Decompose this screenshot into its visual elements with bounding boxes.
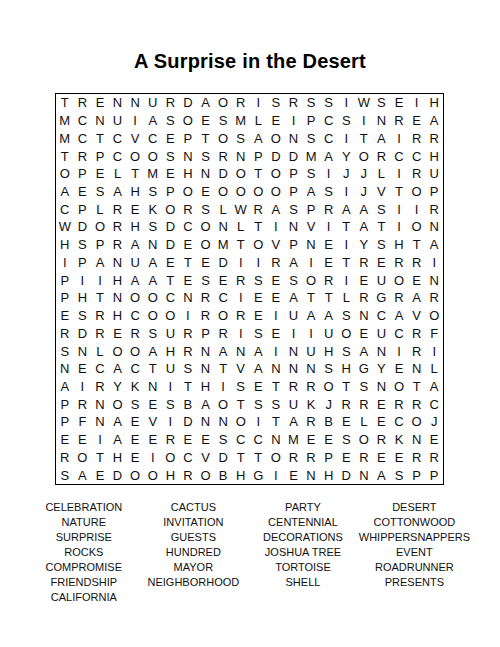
grid-cell[interactable]: P [74, 165, 92, 183]
grid-cell[interactable]: N [109, 289, 127, 307]
grid-cell[interactable]: U [162, 324, 180, 342]
grid-cell[interactable]: L [250, 112, 268, 130]
grid-cell[interactable]: N [144, 236, 162, 254]
grid-cell[interactable]: R [250, 200, 268, 218]
grid-cell[interactable]: H [337, 360, 355, 378]
grid-cell[interactable]: A [285, 254, 303, 272]
grid-cell[interactable]: E [179, 271, 197, 289]
grid-cell[interactable]: K [144, 200, 162, 218]
grid-cell[interactable]: P [56, 289, 74, 307]
word-list-item[interactable]: CALIFORNIA [30, 590, 138, 605]
grid-cell[interactable]: O [162, 449, 180, 467]
grid-cell[interactable]: M [56, 112, 74, 130]
grid-cell[interactable]: O [408, 183, 426, 201]
grid-cell[interactable]: R [390, 254, 408, 272]
grid-cell[interactable]: I [337, 94, 355, 112]
grid-cell[interactable]: H [126, 218, 144, 236]
grid-cell[interactable]: U [285, 307, 303, 325]
grid-cell[interactable]: O [197, 466, 215, 484]
grid-cell[interactable]: O [250, 236, 268, 254]
grid-cell[interactable]: C [109, 129, 127, 147]
grid-cell[interactable]: A [197, 94, 215, 112]
grid-cell[interactable]: T [408, 236, 426, 254]
grid-cell[interactable]: P [74, 200, 92, 218]
grid-cell[interactable]: R [355, 289, 373, 307]
grid-cell[interactable]: E [56, 431, 74, 449]
grid-cell[interactable]: I [214, 378, 232, 396]
grid-cell[interactable]: I [337, 236, 355, 254]
grid-cell[interactable]: R [425, 449, 443, 467]
grid-cell[interactable]: A [197, 395, 215, 413]
grid-cell[interactable]: S [197, 200, 215, 218]
grid-cell[interactable]: R [285, 94, 303, 112]
grid-cell[interactable]: L [425, 360, 443, 378]
grid-cell[interactable]: I [232, 324, 250, 342]
grid-cell[interactable]: I [179, 307, 197, 325]
grid-cell[interactable]: E [126, 449, 144, 467]
grid-cell[interactable]: O [126, 342, 144, 360]
grid-cell[interactable]: P [197, 324, 215, 342]
grid-cell[interactable]: R [74, 94, 92, 112]
grid-cell[interactable]: S [337, 307, 355, 325]
grid-cell[interactable]: I [126, 112, 144, 130]
grid-cell[interactable]: E [267, 289, 285, 307]
grid-cell[interactable]: V [197, 449, 215, 467]
grid-cell[interactable]: N [408, 431, 426, 449]
grid-cell[interactable]: I [408, 94, 426, 112]
grid-cell[interactable]: R [302, 413, 320, 431]
grid-cell[interactable]: O [267, 183, 285, 201]
grid-cell[interactable]: N [197, 342, 215, 360]
grid-cell[interactable]: V [302, 218, 320, 236]
grid-cell[interactable]: O [232, 183, 250, 201]
grid-cell[interactable]: A [337, 200, 355, 218]
grid-cell[interactable]: C [126, 360, 144, 378]
grid-cell[interactable]: P [56, 395, 74, 413]
grid-cell[interactable]: E [126, 413, 144, 431]
word-list-item[interactable]: CENTENNIAL [249, 515, 357, 530]
grid-cell[interactable]: S [91, 183, 109, 201]
grid-cell[interactable]: L [337, 289, 355, 307]
grid-cell[interactable]: K [390, 431, 408, 449]
grid-cell[interactable]: R [373, 431, 391, 449]
grid-cell[interactable]: D [179, 94, 197, 112]
word-list-item[interactable]: CACTUS [140, 500, 248, 515]
grid-cell[interactable]: H [109, 449, 127, 467]
grid-cell[interactable]: Y [337, 147, 355, 165]
grid-cell[interactable]: R [56, 449, 74, 467]
grid-cell[interactable]: R [162, 94, 180, 112]
grid-cell[interactable]: I [302, 324, 320, 342]
grid-cell[interactable]: P [302, 200, 320, 218]
grid-cell[interactable]: S [126, 395, 144, 413]
grid-cell[interactable]: I [232, 289, 250, 307]
grid-cell[interactable]: I [337, 183, 355, 201]
grid-cell[interactable]: N [285, 360, 303, 378]
grid-cell[interactable]: R [126, 324, 144, 342]
grid-cell[interactable]: O [267, 129, 285, 147]
grid-cell[interactable]: S [267, 94, 285, 112]
grid-cell[interactable]: I [232, 254, 250, 272]
grid-cell[interactable]: E [267, 324, 285, 342]
grid-cell[interactable]: O [355, 431, 373, 449]
word-list-item[interactable]: COMPROMISE [30, 560, 138, 575]
grid-cell[interactable]: P [408, 466, 426, 484]
word-list-item[interactable]: JOSHUA TREE [249, 545, 357, 560]
grid-cell[interactable]: N [408, 360, 426, 378]
word-list-item[interactable]: DECORATIONS [249, 530, 357, 545]
grid-cell[interactable]: A [144, 342, 162, 360]
grid-cell[interactable]: I [320, 165, 338, 183]
grid-cell[interactable]: C [56, 200, 74, 218]
grid-cell[interactable]: C [144, 129, 162, 147]
grid-cell[interactable]: S [74, 307, 92, 325]
grid-cell[interactable]: R [425, 129, 443, 147]
grid-cell[interactable]: O [144, 289, 162, 307]
grid-cell[interactable]: E [250, 307, 268, 325]
grid-cell[interactable]: A [355, 218, 373, 236]
grid-cell[interactable]: P [425, 466, 443, 484]
grid-cell[interactable]: J [337, 165, 355, 183]
grid-cell[interactable]: U [302, 342, 320, 360]
grid-cell[interactable]: R [232, 271, 250, 289]
grid-cell[interactable]: R [408, 449, 426, 467]
grid-cell[interactable]: E [302, 431, 320, 449]
grid-cell[interactable]: R [337, 395, 355, 413]
grid-cell[interactable]: P [91, 147, 109, 165]
grid-cell[interactable]: A [126, 271, 144, 289]
grid-cell[interactable]: R [74, 395, 92, 413]
grid-cell[interactable]: S [320, 94, 338, 112]
grid-cell[interactable]: N [285, 218, 303, 236]
grid-cell[interactable]: D [285, 147, 303, 165]
grid-cell[interactable]: U [373, 324, 391, 342]
grid-cell[interactable]: U [144, 94, 162, 112]
grid-cell[interactable]: P [302, 112, 320, 130]
grid-cell[interactable]: I [91, 431, 109, 449]
grid-cell[interactable]: P [179, 129, 197, 147]
grid-cell[interactable]: C [126, 307, 144, 325]
grid-cell[interactable]: H [197, 378, 215, 396]
grid-cell[interactable]: S [302, 129, 320, 147]
grid-cell[interactable]: E [373, 449, 391, 467]
grid-cell[interactable]: P [250, 147, 268, 165]
grid-cell[interactable]: S [162, 112, 180, 130]
grid-cell[interactable]: T [390, 183, 408, 201]
grid-cell[interactable]: N [355, 307, 373, 325]
grid-cell[interactable]: S [267, 395, 285, 413]
grid-cell[interactable]: T [126, 165, 144, 183]
grid-cell[interactable]: O [214, 395, 232, 413]
grid-cell[interactable]: S [373, 94, 391, 112]
grid-cell[interactable]: E [373, 254, 391, 272]
grid-cell[interactable]: N [285, 129, 303, 147]
grid-cell[interactable]: E [425, 431, 443, 449]
grid-cell[interactable]: R [408, 395, 426, 413]
grid-cell[interactable]: R [320, 200, 338, 218]
grid-cell[interactable]: P [162, 183, 180, 201]
grid-cell[interactable]: E [373, 413, 391, 431]
grid-cell[interactable]: O [214, 129, 232, 147]
grid-cell[interactable]: O [232, 165, 250, 183]
grid-cell[interactable]: G [373, 289, 391, 307]
grid-cell[interactable]: S [162, 395, 180, 413]
grid-cell[interactable]: F [74, 413, 92, 431]
grid-cell[interactable]: L [232, 218, 250, 236]
grid-cell[interactable]: O [197, 236, 215, 254]
grid-cell[interactable]: S [355, 378, 373, 396]
grid-cell[interactable]: A [109, 183, 127, 201]
grid-cell[interactable]: L [373, 165, 391, 183]
grid-cell[interactable]: O [109, 342, 127, 360]
grid-cell[interactable]: N [373, 378, 391, 396]
grid-cell[interactable]: I [267, 342, 285, 360]
grid-cell[interactable]: E [91, 94, 109, 112]
grid-cell[interactable]: O [126, 147, 144, 165]
word-list-item[interactable]: NATURE [30, 515, 138, 530]
grid-cell[interactable]: C [214, 289, 232, 307]
grid-cell[interactable]: C [74, 112, 92, 130]
grid-cell[interactable]: H [109, 307, 127, 325]
grid-cell[interactable]: B [320, 413, 338, 431]
grid-cell[interactable]: I [390, 200, 408, 218]
grid-cell[interactable]: D [162, 218, 180, 236]
grid-cell[interactable]: T [91, 449, 109, 467]
word-list-item[interactable]: INVITATION [140, 515, 248, 530]
grid-cell[interactable]: O [109, 395, 127, 413]
grid-cell[interactable]: N [267, 360, 285, 378]
grid-cell[interactable]: N [232, 342, 250, 360]
grid-cell[interactable]: W [56, 218, 74, 236]
grid-cell[interactable]: E [390, 94, 408, 112]
grid-cell[interactable]: S [232, 378, 250, 396]
grid-cell[interactable]: C [91, 360, 109, 378]
grid-cell[interactable]: L [91, 200, 109, 218]
grid-cell[interactable]: N [302, 360, 320, 378]
grid-cell[interactable]: C [109, 147, 127, 165]
grid-cell[interactable]: H [425, 94, 443, 112]
grid-cell[interactable]: O [179, 183, 197, 201]
grid-cell[interactable]: T [232, 449, 250, 467]
grid-cell[interactable]: U [425, 165, 443, 183]
grid-cell[interactable]: E [267, 271, 285, 289]
grid-cell[interactable]: A [144, 271, 162, 289]
grid-cell[interactable]: N [232, 147, 250, 165]
grid-cell[interactable]: P [285, 183, 303, 201]
grid-cell[interactable]: N [373, 112, 391, 130]
grid-cell[interactable]: I [302, 254, 320, 272]
grid-cell[interactable]: S [320, 183, 338, 201]
grid-cell[interactable]: L [355, 413, 373, 431]
grid-cell[interactable]: T [214, 360, 232, 378]
grid-cell[interactable]: E [91, 165, 109, 183]
grid-cell[interactable]: S [373, 200, 391, 218]
grid-cell[interactable]: N [425, 271, 443, 289]
grid-cell[interactable]: H [162, 466, 180, 484]
grid-cell[interactable]: T [144, 360, 162, 378]
grid-cell[interactable]: O [144, 147, 162, 165]
grid-cell[interactable]: J [320, 395, 338, 413]
grid-cell[interactable]: E [355, 271, 373, 289]
grid-cell[interactable]: R [232, 94, 250, 112]
grid-cell[interactable]: U [162, 360, 180, 378]
grid-cell[interactable]: J [425, 413, 443, 431]
grid-cell[interactable]: I [355, 112, 373, 130]
word-list-item[interactable]: CELEBRATION [30, 500, 138, 515]
grid-cell[interactable]: I [162, 413, 180, 431]
grid-cell[interactable]: N [214, 218, 232, 236]
grid-cell[interactable]: I [267, 218, 285, 236]
grid-cell[interactable]: S [74, 236, 92, 254]
grid-cell[interactable]: R [91, 307, 109, 325]
grid-cell[interactable]: S [250, 271, 268, 289]
grid-cell[interactable]: I [337, 271, 355, 289]
grid-cell[interactable]: T [179, 378, 197, 396]
grid-cell[interactable]: E [408, 271, 426, 289]
grid-cell[interactable]: R [56, 324, 74, 342]
grid-cell[interactable]: N [267, 431, 285, 449]
grid-cell[interactable]: N [302, 466, 320, 484]
grid-cell[interactable]: O [74, 449, 92, 467]
grid-cell[interactable]: A [425, 236, 443, 254]
grid-cell[interactable]: I [144, 449, 162, 467]
grid-cell[interactable]: T [162, 271, 180, 289]
grid-cell[interactable]: C [74, 129, 92, 147]
grid-cell[interactable]: A [74, 466, 92, 484]
grid-cell[interactable]: O [232, 413, 250, 431]
grid-cell[interactable]: H [56, 236, 74, 254]
grid-cell[interactable]: A [109, 413, 127, 431]
grid-cell[interactable]: R [408, 165, 426, 183]
grid-cell[interactable]: D [214, 449, 232, 467]
grid-cell[interactable]: O [390, 271, 408, 289]
grid-cell[interactable]: N [109, 254, 127, 272]
grid-cell[interactable]: E [390, 360, 408, 378]
grid-cell[interactable]: N [179, 289, 197, 307]
grid-cell[interactable]: T [250, 449, 268, 467]
grid-cell[interactable]: A [390, 307, 408, 325]
grid-cell[interactable]: I [390, 342, 408, 360]
grid-cell[interactable]: C [390, 324, 408, 342]
grid-cell[interactable]: S [144, 218, 162, 236]
grid-cell[interactable]: R [179, 466, 197, 484]
grid-cell[interactable]: H [74, 289, 92, 307]
grid-cell[interactable]: A [425, 378, 443, 396]
grid-cell[interactable]: N [302, 236, 320, 254]
grid-cell[interactable]: E [91, 466, 109, 484]
grid-cell[interactable]: I [390, 165, 408, 183]
grid-cell[interactable]: A [144, 112, 162, 130]
grid-cell[interactable]: T [373, 218, 391, 236]
grid-cell[interactable]: N [91, 112, 109, 130]
word-list-item[interactable]: ROCKS [30, 545, 138, 560]
grid-cell[interactable]: A [56, 378, 74, 396]
grid-cell[interactable]: D [74, 218, 92, 236]
grid-cell[interactable]: R [285, 378, 303, 396]
grid-cell[interactable]: H [232, 466, 250, 484]
grid-cell[interactable]: N [144, 378, 162, 396]
grid-cell[interactable]: M [232, 112, 250, 130]
grid-cell[interactable]: R [214, 324, 232, 342]
grid-cell[interactable]: O [162, 307, 180, 325]
grid-cell[interactable]: H [320, 342, 338, 360]
grid-cell[interactable]: R [390, 289, 408, 307]
grid-cell[interactable]: V [267, 236, 285, 254]
grid-cell[interactable]: R [109, 218, 127, 236]
grid-cell[interactable]: K [126, 378, 144, 396]
grid-cell[interactable]: E [355, 324, 373, 342]
grid-cell[interactable]: R [373, 147, 391, 165]
grid-cell[interactable]: E [250, 289, 268, 307]
grid-cell[interactable]: C [373, 307, 391, 325]
word-list-item[interactable]: SURPRISE [30, 530, 138, 545]
grid-cell[interactable]: R [425, 200, 443, 218]
grid-cell[interactable]: N [355, 466, 373, 484]
grid-cell[interactable]: E [74, 431, 92, 449]
grid-cell[interactable]: E [109, 324, 127, 342]
grid-cell[interactable]: N [214, 413, 232, 431]
grid-cell[interactable]: R [355, 395, 373, 413]
grid-cell[interactable]: C [179, 449, 197, 467]
grid-cell[interactable]: S [285, 271, 303, 289]
grid-cell[interactable]: E [285, 466, 303, 484]
grid-cell[interactable]: U [373, 271, 391, 289]
grid-cell[interactable]: E [373, 395, 391, 413]
grid-cell[interactable]: A [91, 254, 109, 272]
grid-cell[interactable]: E [320, 431, 338, 449]
grid-cell[interactable]: I [91, 271, 109, 289]
grid-cell[interactable]: S [250, 395, 268, 413]
grid-cell[interactable]: I [250, 254, 268, 272]
grid-cell[interactable]: H [320, 466, 338, 484]
grid-cell[interactable]: J [355, 183, 373, 201]
grid-cell[interactable]: O [425, 307, 443, 325]
grid-cell[interactable]: A [355, 342, 373, 360]
grid-cell[interactable]: S [214, 112, 232, 130]
grid-cell[interactable]: I [285, 324, 303, 342]
grid-cell[interactable]: O [408, 218, 426, 236]
grid-cell[interactable]: R [91, 378, 109, 396]
grid-cell[interactable]: C [408, 147, 426, 165]
grid-cell[interactable]: R [408, 254, 426, 272]
grid-cell[interactable]: S [320, 360, 338, 378]
grid-cell[interactable]: D [214, 254, 232, 272]
grid-cell[interactable]: G [355, 360, 373, 378]
grid-cell[interactable]: C [162, 289, 180, 307]
grid-cell[interactable]: R [390, 395, 408, 413]
grid-cell[interactable]: T [302, 289, 320, 307]
grid-cell[interactable]: I [390, 218, 408, 236]
grid-cell[interactable]: U [285, 395, 303, 413]
grid-cell[interactable]: R [197, 289, 215, 307]
grid-cell[interactable]: S [337, 112, 355, 130]
word-list-item[interactable]: SHELL [249, 575, 357, 590]
grid-cell[interactable]: D [179, 413, 197, 431]
grid-cell[interactable]: O [144, 307, 162, 325]
grid-cell[interactable]: N [285, 342, 303, 360]
grid-cell[interactable]: A [373, 466, 391, 484]
grid-cell[interactable]: P [74, 254, 92, 272]
grid-cell[interactable]: E [250, 378, 268, 396]
grid-cell[interactable]: E [162, 254, 180, 272]
grid-cell[interactable]: S [302, 94, 320, 112]
grid-cell[interactable]: I [74, 378, 92, 396]
grid-cell[interactable]: R [408, 129, 426, 147]
grid-cell[interactable]: A [285, 413, 303, 431]
grid-cell[interactable]: L [109, 165, 127, 183]
grid-cell[interactable]: E [320, 236, 338, 254]
grid-cell[interactable]: O [91, 218, 109, 236]
